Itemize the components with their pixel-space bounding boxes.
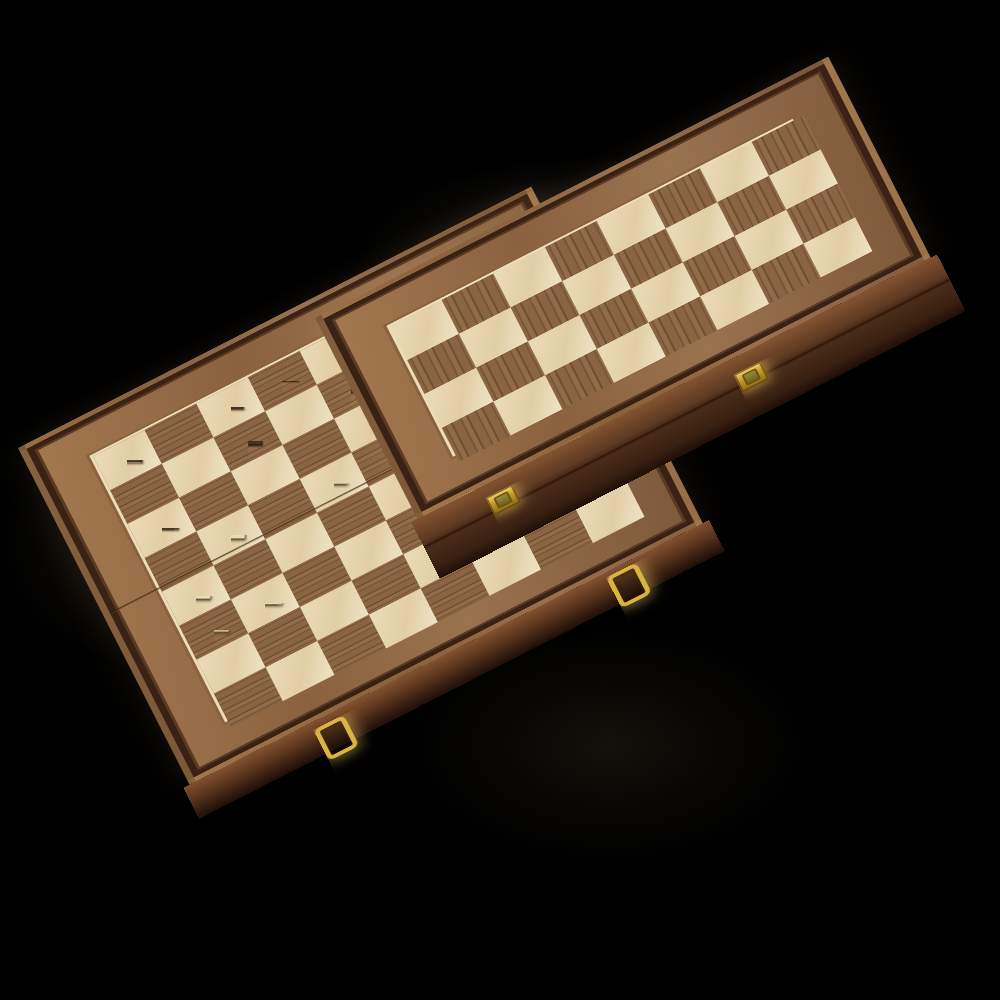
box-lid-grid xyxy=(390,122,856,454)
latch-plate-icon[interactable] xyxy=(733,361,769,392)
latch-loop-icon[interactable] xyxy=(313,715,359,761)
product-photo-stage: ♜♝♚♟♟♞♛♟♝♟♚♜♜♞♛ xyxy=(0,0,1000,1000)
latch-loop-icon[interactable] xyxy=(606,562,652,608)
latch-plate-icon[interactable] xyxy=(485,485,521,516)
closed-chess-box[interactable] xyxy=(315,57,931,520)
